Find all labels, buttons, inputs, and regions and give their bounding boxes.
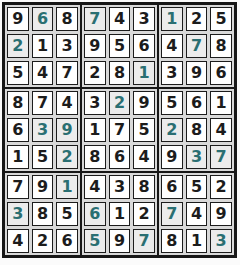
sudoku-box-1: 968213547 <box>5 5 80 87</box>
sudoku-cell-r5c8[interactable]: 8 <box>186 118 208 142</box>
sudoku-box-6: 561284937 <box>159 89 234 171</box>
sudoku-cell-r7c7[interactable]: 6 <box>161 175 183 199</box>
sudoku-cell-r9c1[interactable]: 4 <box>7 229 29 253</box>
sudoku-cell-r1c9[interactable]: 5 <box>210 7 232 31</box>
sudoku-cell-r9c8[interactable]: 1 <box>186 229 208 253</box>
sudoku-cell-r5c3[interactable]: 9 <box>56 118 78 142</box>
sudoku-cell-r3c8[interactable]: 9 <box>186 61 208 85</box>
sudoku-cell-r9c5[interactable]: 9 <box>109 229 131 253</box>
sudoku-cell-r6c7[interactable]: 9 <box>161 145 183 169</box>
sudoku-cell-r1c3[interactable]: 8 <box>56 7 78 31</box>
sudoku-cell-r4c6[interactable]: 9 <box>133 91 155 115</box>
sudoku-cell-r3c3[interactable]: 7 <box>56 61 78 85</box>
sudoku-cell-r1c8[interactable]: 2 <box>186 7 208 31</box>
sudoku-cell-r7c1[interactable]: 7 <box>7 175 29 199</box>
sudoku-cell-r3c7[interactable]: 3 <box>161 61 183 85</box>
sudoku-cell-r3c1[interactable]: 5 <box>7 61 29 85</box>
sudoku-cell-r6c8[interactable]: 3 <box>186 145 208 169</box>
sudoku-cell-r5c2[interactable]: 3 <box>32 118 54 142</box>
sudoku-cell-r4c8[interactable]: 6 <box>186 91 208 115</box>
sudoku-box-2: 743956281 <box>82 5 157 87</box>
sudoku-cell-r1c5[interactable]: 4 <box>109 7 131 31</box>
sudoku-cell-r2c3[interactable]: 3 <box>56 34 78 58</box>
sudoku-cell-r1c6[interactable]: 3 <box>133 7 155 31</box>
sudoku-cell-r2c1[interactable]: 2 <box>7 34 29 58</box>
sudoku-cell-r8c5[interactable]: 1 <box>109 202 131 226</box>
sudoku-box-8: 438612597 <box>82 173 157 255</box>
sudoku-cell-r2c8[interactable]: 7 <box>186 34 208 58</box>
sudoku-cell-r6c2[interactable]: 5 <box>32 145 54 169</box>
sudoku-cell-r1c1[interactable]: 9 <box>7 7 29 31</box>
sudoku-cell-r8c7[interactable]: 7 <box>161 202 183 226</box>
sudoku-cell-r7c2[interactable]: 9 <box>32 175 54 199</box>
sudoku-cell-r5c4[interactable]: 1 <box>84 118 106 142</box>
sudoku-cell-r6c6[interactable]: 4 <box>133 145 155 169</box>
sudoku-cell-r3c6[interactable]: 1 <box>133 61 155 85</box>
sudoku-cell-r6c4[interactable]: 8 <box>84 145 106 169</box>
sudoku-cell-r4c2[interactable]: 7 <box>32 91 54 115</box>
sudoku-cell-r3c9[interactable]: 6 <box>210 61 232 85</box>
sudoku-cell-r1c4[interactable]: 7 <box>84 7 106 31</box>
sudoku-cell-r5c5[interactable]: 7 <box>109 118 131 142</box>
sudoku-cell-r9c4[interactable]: 5 <box>84 229 106 253</box>
sudoku-cell-r2c4[interactable]: 9 <box>84 34 106 58</box>
sudoku-cell-r9c9[interactable]: 3 <box>210 229 232 253</box>
sudoku-cell-r8c2[interactable]: 8 <box>32 202 54 226</box>
sudoku-cell-r2c2[interactable]: 1 <box>32 34 54 58</box>
sudoku-cell-r7c9[interactable]: 2 <box>210 175 232 199</box>
sudoku-cell-r1c2[interactable]: 6 <box>32 7 54 31</box>
sudoku-cell-r9c2[interactable]: 2 <box>32 229 54 253</box>
sudoku-cell-r3c4[interactable]: 2 <box>84 61 106 85</box>
sudoku-cell-r7c5[interactable]: 3 <box>109 175 131 199</box>
sudoku-cell-r4c1[interactable]: 8 <box>7 91 29 115</box>
sudoku-cell-r8c3[interactable]: 5 <box>56 202 78 226</box>
sudoku-cell-r4c3[interactable]: 4 <box>56 91 78 115</box>
sudoku-cell-r3c2[interactable]: 4 <box>32 61 54 85</box>
sudoku-cell-r6c3[interactable]: 2 <box>56 145 78 169</box>
sudoku-cell-r8c4[interactable]: 6 <box>84 202 106 226</box>
sudoku-box-7: 791385426 <box>5 173 80 255</box>
sudoku-cell-r9c6[interactable]: 7 <box>133 229 155 253</box>
sudoku-cell-r7c8[interactable]: 5 <box>186 175 208 199</box>
sudoku-cell-r6c9[interactable]: 7 <box>210 145 232 169</box>
sudoku-cell-r8c9[interactable]: 9 <box>210 202 232 226</box>
sudoku-cell-r6c1[interactable]: 1 <box>7 145 29 169</box>
sudoku-cell-r9c7[interactable]: 8 <box>161 229 183 253</box>
sudoku-box-5: 329175864 <box>82 89 157 171</box>
sudoku-box-4: 874639152 <box>5 89 80 171</box>
sudoku-cell-r8c1[interactable]: 3 <box>7 202 29 226</box>
sudoku-cell-r5c7[interactable]: 2 <box>161 118 183 142</box>
sudoku-cell-r7c6[interactable]: 8 <box>133 175 155 199</box>
sudoku-cell-r5c6[interactable]: 5 <box>133 118 155 142</box>
sudoku-board: 9682135477439562811254783968746391523291… <box>2 2 237 258</box>
sudoku-cell-r8c8[interactable]: 4 <box>186 202 208 226</box>
sudoku-cell-r4c9[interactable]: 1 <box>210 91 232 115</box>
sudoku-cell-r5c9[interactable]: 4 <box>210 118 232 142</box>
sudoku-cell-r7c4[interactable]: 4 <box>84 175 106 199</box>
sudoku-cell-r7c3[interactable]: 1 <box>56 175 78 199</box>
sudoku-box-9: 652749813 <box>159 173 234 255</box>
sudoku-cell-r4c7[interactable]: 5 <box>161 91 183 115</box>
sudoku-cell-r2c7[interactable]: 4 <box>161 34 183 58</box>
sudoku-cell-r4c5[interactable]: 2 <box>109 91 131 115</box>
sudoku-cell-r6c5[interactable]: 6 <box>109 145 131 169</box>
sudoku-cell-r9c3[interactable]: 6 <box>56 229 78 253</box>
sudoku-cell-r4c4[interactable]: 3 <box>84 91 106 115</box>
sudoku-cell-r5c1[interactable]: 6 <box>7 118 29 142</box>
sudoku-cell-r3c5[interactable]: 8 <box>109 61 131 85</box>
sudoku-cell-r2c9[interactable]: 8 <box>210 34 232 58</box>
sudoku-cell-r2c6[interactable]: 6 <box>133 34 155 58</box>
sudoku-cell-r2c5[interactable]: 5 <box>109 34 131 58</box>
sudoku-cell-r1c7[interactable]: 1 <box>161 7 183 31</box>
sudoku-box-3: 125478396 <box>159 5 234 87</box>
sudoku-cell-r8c6[interactable]: 2 <box>133 202 155 226</box>
